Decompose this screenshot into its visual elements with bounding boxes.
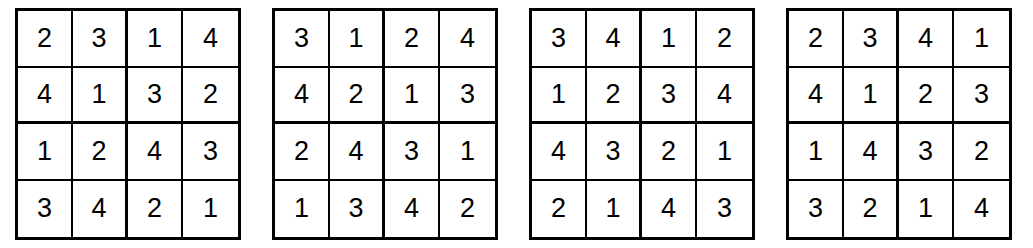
- sudoku-cell: 2: [73, 124, 128, 181]
- sudoku-cell: 2: [789, 11, 844, 68]
- sudoku-cell: 3: [73, 11, 128, 68]
- sudoku-cell: 3: [789, 181, 844, 238]
- sudoku-cell: 2: [844, 181, 899, 238]
- sudoku-cell: 3: [18, 181, 73, 238]
- sudoku-cell: 2: [899, 68, 954, 125]
- sudoku-cell: 2: [330, 68, 385, 125]
- sudoku-cell: 4: [440, 11, 495, 68]
- sudoku-cell: 3: [899, 124, 954, 181]
- sudoku-cell: 3: [587, 124, 642, 181]
- sudoku-cell: 4: [532, 124, 587, 181]
- sudoku-cell: 3: [128, 68, 183, 125]
- sudoku-cell: 4: [385, 181, 440, 238]
- sudoku-cell: 3: [642, 68, 697, 125]
- sudoku-cell: 1: [954, 11, 1009, 68]
- sudoku-cell: 4: [183, 11, 238, 68]
- sudoku-cell: 2: [385, 11, 440, 68]
- sudoku-cell: 3: [954, 68, 1009, 125]
- sudoku-cell: 1: [844, 68, 899, 125]
- sudoku-cell: 2: [275, 124, 330, 181]
- sudoku-cell: 4: [899, 11, 954, 68]
- sudoku-cell: 2: [697, 11, 752, 68]
- sudoku-cell: 1: [330, 11, 385, 68]
- sudoku-cell: 4: [275, 68, 330, 125]
- sudoku-cell: 2: [642, 124, 697, 181]
- sudoku-cell: 1: [532, 68, 587, 125]
- sudoku-cell: 3: [330, 181, 385, 238]
- sudoku-cell: 1: [73, 68, 128, 125]
- sudoku-cell: 2: [183, 68, 238, 125]
- sudoku-cell: 1: [697, 124, 752, 181]
- sudoku-cell: 1: [440, 124, 495, 181]
- sudoku-board-4: 2 3 4 1 4 1 2 3 1 4 3 2 3 2 1 4: [786, 8, 1012, 240]
- sudoku-cell: 1: [587, 181, 642, 238]
- sudoku-cell: 4: [844, 124, 899, 181]
- sudoku-cell: 2: [18, 11, 73, 68]
- sudoku-cell: 4: [73, 181, 128, 238]
- sudoku-cell: 1: [275, 181, 330, 238]
- sudoku-cell: 2: [954, 124, 1009, 181]
- sudoku-cell: 3: [532, 11, 587, 68]
- sudoku-cell: 1: [18, 124, 73, 181]
- sudoku-cell: 1: [642, 11, 697, 68]
- sudoku-cell: 4: [697, 68, 752, 125]
- sudoku-cell: 4: [128, 124, 183, 181]
- sudoku-cell: 1: [128, 11, 183, 68]
- sudoku-cell: 2: [587, 68, 642, 125]
- sudoku-cell: 3: [275, 11, 330, 68]
- sudoku-cell: 3: [385, 124, 440, 181]
- sudoku-cell: 2: [128, 181, 183, 238]
- sudoku-cell: 4: [954, 181, 1009, 238]
- sudoku-cell: 4: [642, 181, 697, 238]
- sudoku-cell: 2: [440, 181, 495, 238]
- sudoku-board-3: 3 4 1 2 1 2 3 4 4 3 2 1 2 1 4 3: [529, 8, 755, 240]
- sudoku-cell: 1: [899, 181, 954, 238]
- sudoku-cell: 1: [183, 181, 238, 238]
- sudoku-cell: 3: [440, 68, 495, 125]
- sudoku-cell: 4: [789, 68, 844, 125]
- sudoku-cell: 1: [789, 124, 844, 181]
- sudoku-cell: 4: [330, 124, 385, 181]
- sudoku-cell: 3: [844, 11, 899, 68]
- sudoku-cell: 4: [587, 11, 642, 68]
- sudoku-cell: 2: [532, 181, 587, 238]
- sudoku-cell: 3: [183, 124, 238, 181]
- sudoku-board-2: 3 1 2 4 4 2 1 3 2 4 3 1 1 3 4 2: [272, 8, 498, 240]
- sudoku-board-1: 2 3 1 4 4 1 3 2 1 2 4 3 3 4 2 1: [15, 8, 241, 240]
- sudoku-cell: 3: [697, 181, 752, 238]
- sudoku-cell: 1: [385, 68, 440, 125]
- sudoku-cell: 4: [18, 68, 73, 125]
- sudoku-boards-row: 2 3 1 4 4 1 3 2 1 2 4 3 3 4 2 1 3 1 2 4 …: [0, 0, 1033, 240]
